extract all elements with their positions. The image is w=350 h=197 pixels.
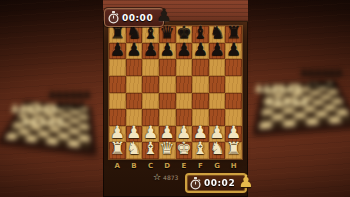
mini-white-pieces: ♟♟♟♟♟ xyxy=(20,118,64,124)
square-b4[interactable] xyxy=(126,93,143,110)
square-h4[interactable] xyxy=(225,93,242,110)
square-g5[interactable] xyxy=(209,76,226,93)
mini-white-pieces: ♟♟♟♟♟♟ xyxy=(254,86,301,92)
black-pawn-c7[interactable]: ♟ xyxy=(142,40,159,59)
square-d4[interactable] xyxy=(159,93,176,110)
mini-black-pieces: ♟♟♟♟ xyxy=(56,102,84,108)
square-e6[interactable] xyxy=(176,59,193,76)
white-rook-a1[interactable]: ♜ xyxy=(109,139,126,158)
file-label-a: A xyxy=(109,160,126,172)
square-h5[interactable] xyxy=(225,76,242,93)
square-h6[interactable] xyxy=(225,59,242,76)
square-a1[interactable]: ♜ xyxy=(109,142,126,159)
black-clock-panel: 00:00 ♟ xyxy=(104,8,164,27)
square-b1[interactable]: ♞ xyxy=(126,142,143,159)
file-label-b: B xyxy=(126,160,143,172)
square-d1[interactable]: ♛ xyxy=(159,142,176,159)
mini-black-pieces: ♟♟♟♟♟♟ xyxy=(48,92,90,98)
white-bishop-f1[interactable]: ♝ xyxy=(192,139,209,158)
chessboard[interactable]: ♜♞♝♛♚♝♞♜♟♟♟♟♟♟♟♟♟♟♟♟♟♟♟♟♜♞♝♛♚♝♞♜ xyxy=(109,26,242,159)
mini-black-pieces: ♟♟♟♟ xyxy=(308,81,336,87)
mini-white-pieces: ♟♟♟♟♟♟ xyxy=(10,106,57,112)
square-d5[interactable] xyxy=(159,76,176,93)
white-clock-time: 00:02 xyxy=(204,178,235,188)
square-d6[interactable] xyxy=(159,59,176,76)
file-labels: ABCDEFGH xyxy=(109,160,242,172)
square-c6[interactable] xyxy=(142,59,159,76)
background-photo-chess-set-right: ♟♟♟♟♟♟ ♟♟♟♟♟ ♟♟♟♟♟♟ ♟♟♟♟ xyxy=(252,48,348,148)
square-f1[interactable]: ♝ xyxy=(192,142,209,159)
square-f4[interactable] xyxy=(192,93,209,110)
black-pawn-e7[interactable]: ♟ xyxy=(176,40,193,59)
square-e7[interactable]: ♟ xyxy=(176,43,193,60)
square-c7[interactable]: ♟ xyxy=(142,43,159,60)
square-h7[interactable]: ♟ xyxy=(225,43,242,60)
square-g4[interactable] xyxy=(209,93,226,110)
black-pawn-h7[interactable]: ♟ xyxy=(225,40,242,59)
black-pawn-f7[interactable]: ♟ xyxy=(192,40,209,59)
white-king-e1[interactable]: ♚ xyxy=(176,139,193,158)
square-f7[interactable]: ♟ xyxy=(192,43,209,60)
rating-value: 4873 xyxy=(163,174,178,181)
square-b7[interactable]: ♟ xyxy=(126,43,143,60)
white-rook-h1[interactable]: ♜ xyxy=(225,139,242,158)
black-pawn-b7[interactable]: ♟ xyxy=(126,40,143,59)
square-a6[interactable] xyxy=(109,59,126,76)
square-b5[interactable] xyxy=(126,76,143,93)
square-a5[interactable] xyxy=(109,76,126,93)
square-e4[interactable] xyxy=(176,93,193,110)
file-label-g: G xyxy=(209,160,226,172)
square-c1[interactable]: ♝ xyxy=(142,142,159,159)
black-pawn-icon: ♟ xyxy=(156,8,171,22)
background-photo-chess-set-left: ♟♟♟♟♟♟ ♟♟♟♟♟ ♟♟♟♟♟♟ ♟♟♟♟ xyxy=(4,74,98,166)
square-f6[interactable] xyxy=(192,59,209,76)
square-a7[interactable]: ♟ xyxy=(109,43,126,60)
mini-white-pieces: ♟♟♟♟♟ xyxy=(264,98,308,104)
white-bishop-c1[interactable]: ♝ xyxy=(142,139,159,158)
square-f5[interactable] xyxy=(192,76,209,93)
white-pawn-icon: ♟ xyxy=(238,174,253,188)
board-frame: ♜♞♝♛♚♝♞♜♟♟♟♟♟♟♟♟♟♟♟♟♟♟♟♟♜♞♝♛♚♝♞♜ ABCDEFG… xyxy=(103,21,248,197)
square-g6[interactable] xyxy=(209,59,226,76)
square-a4[interactable] xyxy=(109,93,126,110)
black-clock-time: 00:00 xyxy=(122,13,153,23)
star-icon[interactable]: ☆ xyxy=(153,172,161,182)
mini-black-pieces: ♟♟♟♟♟♟ xyxy=(300,70,342,76)
file-label-c: C xyxy=(142,160,159,172)
square-e5[interactable] xyxy=(176,76,193,93)
square-g7[interactable]: ♟ xyxy=(209,43,226,60)
stopwatch-icon xyxy=(108,11,119,24)
white-knight-g1[interactable]: ♞ xyxy=(209,139,226,158)
file-label-d: D xyxy=(159,160,176,172)
square-b6[interactable] xyxy=(126,59,143,76)
white-queen-d1[interactable]: ♛ xyxy=(159,139,176,158)
square-e1[interactable]: ♚ xyxy=(176,142,193,159)
white-knight-b1[interactable]: ♞ xyxy=(126,139,143,158)
game-panel: ♜♞♝♛♚♝♞♜♟♟♟♟♟♟♟♟♟♟♟♟♟♟♟♟♜♞♝♛♚♝♞♜ ABCDEFG… xyxy=(103,0,248,197)
black-pawn-g7[interactable]: ♟ xyxy=(209,40,226,59)
square-c4[interactable] xyxy=(142,93,159,110)
rating[interactable]: ☆ 4873 xyxy=(153,172,178,182)
black-pawn-a7[interactable]: ♟ xyxy=(109,40,126,59)
file-label-f: F xyxy=(192,160,209,172)
white-clock-panel: 00:02 ♟ xyxy=(185,173,247,193)
square-g1[interactable]: ♞ xyxy=(209,142,226,159)
square-h1[interactable]: ♜ xyxy=(225,142,242,159)
stopwatch-icon xyxy=(190,177,201,190)
black-pawn-d7[interactable]: ♟ xyxy=(159,40,176,59)
square-c5[interactable] xyxy=(142,76,159,93)
square-d7[interactable]: ♟ xyxy=(159,43,176,60)
file-label-e: E xyxy=(176,160,193,172)
